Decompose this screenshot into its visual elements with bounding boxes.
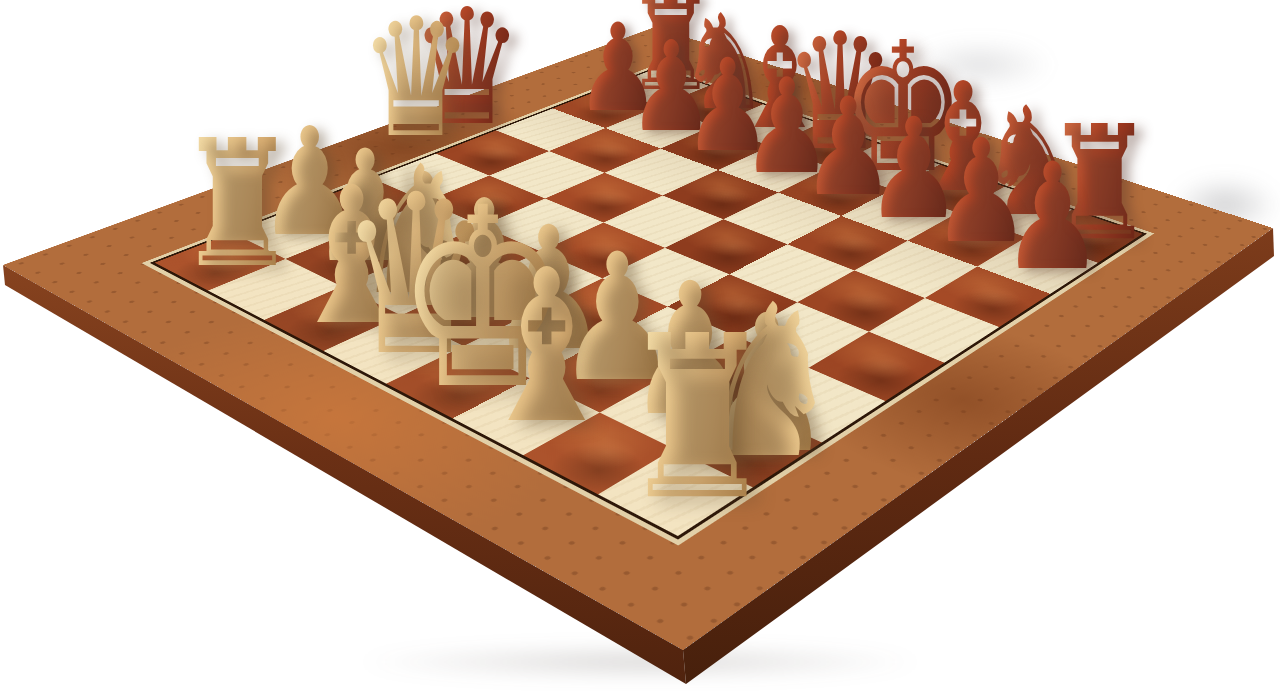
pieces-layer: ♜♞♝♛♚♝♞♜♟♟♟♟♟♟♟♟♟♟♟♟♟♟♟♟♜♞♝♛♚♝♞♜♛♛ — [0, 0, 1280, 691]
piece-white-rook-a1[interactable]: ♜ — [176, 116, 299, 291]
chess-set-photo: ♜♞♝♛♚♝♞♜♟♟♟♟♟♟♟♟♟♟♟♟♟♟♟♟♜♞♝♛♚♝♞♜♛♛ — [0, 0, 1280, 691]
piece-white-bishop-f1[interactable]: ♝ — [473, 242, 620, 453]
piece-red-pawn-h7[interactable]: ♟ — [1001, 143, 1104, 290]
piece-white-rook-h1[interactable]: ♜ — [619, 306, 776, 531]
